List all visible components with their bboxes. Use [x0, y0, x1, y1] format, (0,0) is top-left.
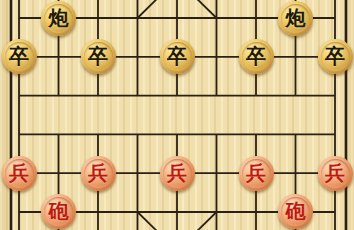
- piece-label: 卒: [167, 39, 187, 74]
- piece-label: 卒: [88, 39, 108, 74]
- piece-label: 兵: [325, 156, 345, 191]
- piece-black-cannon-right[interactable]: 炮: [278, 1, 313, 36]
- piece-black-soldier-5[interactable]: 卒: [318, 39, 353, 74]
- piece-label: 兵: [88, 156, 108, 191]
- piece-label: 兵: [9, 156, 29, 191]
- piece-label: 兵: [167, 156, 187, 191]
- piece-label: 炮: [286, 1, 306, 36]
- piece-label: 卒: [9, 39, 29, 74]
- piece-label: 卒: [246, 39, 266, 74]
- piece-label: 炮: [49, 1, 69, 36]
- piece-label: 砲: [286, 194, 306, 229]
- piece-label: 卒: [325, 39, 345, 74]
- piece-black-soldier-3[interactable]: 卒: [160, 39, 195, 74]
- piece-red-soldier-1[interactable]: 兵: [2, 156, 37, 191]
- piece-red-soldier-4[interactable]: 兵: [239, 156, 274, 191]
- piece-black-soldier-2[interactable]: 卒: [81, 39, 116, 74]
- xiangqi-board[interactable]: 炮炮卒卒卒卒卒兵兵兵兵兵砲砲: [0, 0, 354, 230]
- piece-black-cannon-left[interactable]: 炮: [41, 1, 76, 36]
- piece-red-soldier-3[interactable]: 兵: [160, 156, 195, 191]
- piece-black-soldier-4[interactable]: 卒: [239, 39, 274, 74]
- piece-label: 兵: [246, 156, 266, 191]
- piece-red-soldier-5[interactable]: 兵: [318, 156, 353, 191]
- piece-label: 砲: [49, 194, 69, 229]
- pieces-layer: 炮炮卒卒卒卒卒兵兵兵兵兵砲砲: [0, 0, 354, 230]
- piece-black-soldier-1[interactable]: 卒: [2, 39, 37, 74]
- piece-red-cannon-right[interactable]: 砲: [278, 194, 313, 229]
- piece-red-soldier-2[interactable]: 兵: [81, 156, 116, 191]
- piece-red-cannon-left[interactable]: 砲: [41, 194, 76, 229]
